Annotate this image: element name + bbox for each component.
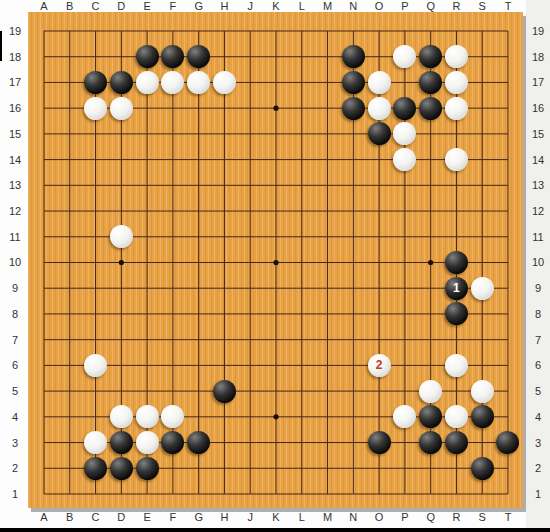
intersection-F6[interactable] [160,353,186,379]
intersection-O7[interactable] [366,327,392,353]
intersection-F16[interactable] [160,95,186,121]
intersection-F3[interactable] [160,430,186,456]
intersection-H2[interactable] [212,455,238,481]
intersection-N4[interactable] [340,404,366,430]
intersection-T16[interactable] [495,95,521,121]
intersection-R14[interactable] [444,147,470,173]
intersection-M10[interactable] [315,250,341,276]
intersection-D9[interactable] [108,275,134,301]
intersection-P11[interactable] [392,224,418,250]
intersection-S4[interactable] [469,404,495,430]
intersection-R4[interactable] [444,404,470,430]
intersection-O5[interactable] [366,378,392,404]
intersection-L19[interactable] [289,18,315,44]
intersection-B19[interactable] [57,18,83,44]
intersection-P18[interactable] [392,44,418,70]
intersection-E8[interactable] [134,301,160,327]
intersection-H7[interactable] [212,327,238,353]
intersection-O1[interactable] [366,481,392,507]
intersection-N19[interactable] [340,18,366,44]
intersection-N12[interactable] [340,198,366,224]
intersection-G17[interactable] [186,70,212,96]
intersection-F7[interactable] [160,327,186,353]
intersection-R8[interactable] [444,301,470,327]
intersection-O6[interactable]: 2 [366,353,392,379]
intersection-R15[interactable] [444,121,470,147]
intersection-M1[interactable] [315,481,341,507]
intersection-D3[interactable] [108,430,134,456]
intersection-J7[interactable] [237,327,263,353]
intersection-Q15[interactable] [418,121,444,147]
intersection-D16[interactable] [108,95,134,121]
intersection-E19[interactable] [134,18,160,44]
intersection-E7[interactable] [134,327,160,353]
intersection-C19[interactable] [83,18,109,44]
intersection-P4[interactable] [392,404,418,430]
intersection-D13[interactable] [108,172,134,198]
intersection-P5[interactable] [392,378,418,404]
intersection-S14[interactable] [469,147,495,173]
intersection-C17[interactable] [83,70,109,96]
intersection-R6[interactable] [444,353,470,379]
intersection-J16[interactable] [237,95,263,121]
intersection-F8[interactable] [160,301,186,327]
intersection-A13[interactable] [31,172,57,198]
intersection-E17[interactable] [134,70,160,96]
intersection-C9[interactable] [83,275,109,301]
intersection-N11[interactable] [340,224,366,250]
intersection-A18[interactable] [31,44,57,70]
intersection-J5[interactable] [237,378,263,404]
intersection-R19[interactable] [444,18,470,44]
intersection-D10[interactable] [108,250,134,276]
intersection-B9[interactable] [57,275,83,301]
intersection-S11[interactable] [469,224,495,250]
intersection-R16[interactable] [444,95,470,121]
intersection-Q11[interactable] [418,224,444,250]
intersection-R1[interactable] [444,481,470,507]
intersection-F12[interactable] [160,198,186,224]
intersection-D8[interactable] [108,301,134,327]
intersection-P12[interactable] [392,198,418,224]
intersection-O2[interactable] [366,455,392,481]
intersection-L18[interactable] [289,44,315,70]
intersection-R5[interactable] [444,378,470,404]
intersection-A10[interactable] [31,250,57,276]
intersection-A9[interactable] [31,275,57,301]
intersection-M12[interactable] [315,198,341,224]
intersection-N5[interactable] [340,378,366,404]
intersection-M18[interactable] [315,44,341,70]
intersection-G19[interactable] [186,18,212,44]
intersection-P17[interactable] [392,70,418,96]
intersection-T9[interactable] [495,275,521,301]
intersection-G14[interactable] [186,147,212,173]
intersection-J19[interactable] [237,18,263,44]
intersection-J17[interactable] [237,70,263,96]
intersection-J12[interactable] [237,198,263,224]
intersection-B4[interactable] [57,404,83,430]
intersection-K5[interactable] [263,378,289,404]
intersection-J11[interactable] [237,224,263,250]
intersection-G11[interactable] [186,224,212,250]
intersection-M3[interactable] [315,430,341,456]
intersection-C6[interactable] [83,353,109,379]
intersection-E14[interactable] [134,147,160,173]
intersection-N1[interactable] [340,481,366,507]
intersection-P10[interactable] [392,250,418,276]
intersection-S13[interactable] [469,172,495,198]
intersection-K4[interactable] [263,404,289,430]
intersection-Q17[interactable] [418,70,444,96]
intersection-O19[interactable] [366,18,392,44]
intersection-H9[interactable] [212,275,238,301]
intersection-J9[interactable] [237,275,263,301]
intersection-B10[interactable] [57,250,83,276]
intersection-C18[interactable] [83,44,109,70]
intersection-M16[interactable] [315,95,341,121]
intersection-N15[interactable] [340,121,366,147]
intersection-F4[interactable] [160,404,186,430]
intersection-C5[interactable] [83,378,109,404]
intersection-N10[interactable] [340,250,366,276]
intersection-R12[interactable] [444,198,470,224]
intersection-S17[interactable] [469,70,495,96]
intersection-E4[interactable] [134,404,160,430]
intersection-K3[interactable] [263,430,289,456]
intersection-O3[interactable] [366,430,392,456]
intersection-L5[interactable] [289,378,315,404]
intersection-G16[interactable] [186,95,212,121]
intersection-P1[interactable] [392,481,418,507]
intersection-T12[interactable] [495,198,521,224]
intersection-K2[interactable] [263,455,289,481]
intersection-L6[interactable] [289,353,315,379]
intersection-J15[interactable] [237,121,263,147]
intersection-G8[interactable] [186,301,212,327]
intersection-O10[interactable] [366,250,392,276]
intersection-L1[interactable] [289,481,315,507]
intersection-T8[interactable] [495,301,521,327]
intersection-L15[interactable] [289,121,315,147]
intersection-N16[interactable] [340,95,366,121]
intersection-D19[interactable] [108,18,134,44]
intersection-F14[interactable] [160,147,186,173]
intersection-Q3[interactable] [418,430,444,456]
intersection-K6[interactable] [263,353,289,379]
intersection-J18[interactable] [237,44,263,70]
intersection-E9[interactable] [134,275,160,301]
intersection-L8[interactable] [289,301,315,327]
intersection-T15[interactable] [495,121,521,147]
intersection-O15[interactable] [366,121,392,147]
intersection-P6[interactable] [392,353,418,379]
intersection-H10[interactable] [212,250,238,276]
intersection-A12[interactable] [31,198,57,224]
intersection-B5[interactable] [57,378,83,404]
intersection-A17[interactable] [31,70,57,96]
intersection-O11[interactable] [366,224,392,250]
intersection-T13[interactable] [495,172,521,198]
intersection-R9[interactable]: 1 [444,275,470,301]
intersection-D6[interactable] [108,353,134,379]
intersection-L4[interactable] [289,404,315,430]
intersection-N7[interactable] [340,327,366,353]
intersection-P14[interactable] [392,147,418,173]
intersection-R17[interactable] [444,70,470,96]
intersection-K18[interactable] [263,44,289,70]
intersection-P19[interactable] [392,18,418,44]
intersection-G10[interactable] [186,250,212,276]
intersection-M5[interactable] [315,378,341,404]
intersection-K14[interactable] [263,147,289,173]
intersection-S2[interactable] [469,455,495,481]
intersection-H16[interactable] [212,95,238,121]
intersection-G12[interactable] [186,198,212,224]
intersection-S7[interactable] [469,327,495,353]
intersection-O12[interactable] [366,198,392,224]
intersection-D2[interactable] [108,455,134,481]
intersection-J1[interactable] [237,481,263,507]
intersection-P16[interactable] [392,95,418,121]
intersection-P3[interactable] [392,430,418,456]
intersection-F17[interactable] [160,70,186,96]
intersection-G1[interactable] [186,481,212,507]
intersection-G9[interactable] [186,275,212,301]
intersection-E18[interactable] [134,44,160,70]
intersection-R18[interactable] [444,44,470,70]
intersection-H15[interactable] [212,121,238,147]
intersection-S16[interactable] [469,95,495,121]
intersection-M2[interactable] [315,455,341,481]
intersection-G3[interactable] [186,430,212,456]
intersection-C8[interactable] [83,301,109,327]
intersection-F2[interactable] [160,455,186,481]
intersection-K7[interactable] [263,327,289,353]
intersection-C4[interactable] [83,404,109,430]
intersection-B15[interactable] [57,121,83,147]
intersection-G7[interactable] [186,327,212,353]
intersection-B12[interactable] [57,198,83,224]
intersection-A16[interactable] [31,95,57,121]
intersection-K19[interactable] [263,18,289,44]
intersection-K17[interactable] [263,70,289,96]
intersection-F13[interactable] [160,172,186,198]
intersection-N6[interactable] [340,353,366,379]
intersection-M11[interactable] [315,224,341,250]
intersection-F19[interactable] [160,18,186,44]
intersection-E2[interactable] [134,455,160,481]
intersection-L10[interactable] [289,250,315,276]
intersection-Q19[interactable] [418,18,444,44]
intersection-F9[interactable] [160,275,186,301]
intersection-F5[interactable] [160,378,186,404]
intersection-F18[interactable] [160,44,186,70]
intersection-E3[interactable] [134,430,160,456]
intersection-C2[interactable] [83,455,109,481]
intersection-J4[interactable] [237,404,263,430]
intersection-A15[interactable] [31,121,57,147]
intersection-K11[interactable] [263,224,289,250]
intersection-B13[interactable] [57,172,83,198]
intersection-E12[interactable] [134,198,160,224]
intersection-M7[interactable] [315,327,341,353]
intersection-K10[interactable] [263,250,289,276]
intersection-O9[interactable] [366,275,392,301]
intersection-F11[interactable] [160,224,186,250]
intersection-O14[interactable] [366,147,392,173]
intersection-C16[interactable] [83,95,109,121]
intersection-N9[interactable] [340,275,366,301]
intersection-D12[interactable] [108,198,134,224]
intersection-E16[interactable] [134,95,160,121]
intersection-S1[interactable] [469,481,495,507]
intersection-B11[interactable] [57,224,83,250]
intersection-R3[interactable] [444,430,470,456]
intersection-C11[interactable] [83,224,109,250]
intersection-K16[interactable] [263,95,289,121]
intersection-R2[interactable] [444,455,470,481]
intersection-C3[interactable] [83,430,109,456]
intersection-B1[interactable] [57,481,83,507]
intersection-H4[interactable] [212,404,238,430]
intersection-Q9[interactable] [418,275,444,301]
intersection-P13[interactable] [392,172,418,198]
intersection-L3[interactable] [289,430,315,456]
intersection-N18[interactable] [340,44,366,70]
intersection-T17[interactable] [495,70,521,96]
intersection-R7[interactable] [444,327,470,353]
intersection-K12[interactable] [263,198,289,224]
intersection-M13[interactable] [315,172,341,198]
intersection-H12[interactable] [212,198,238,224]
intersection-T19[interactable] [495,18,521,44]
intersection-N13[interactable] [340,172,366,198]
intersection-L14[interactable] [289,147,315,173]
intersection-D18[interactable] [108,44,134,70]
intersection-G15[interactable] [186,121,212,147]
intersection-S10[interactable] [469,250,495,276]
intersection-G18[interactable] [186,44,212,70]
intersection-B17[interactable] [57,70,83,96]
intersection-Q4[interactable] [418,404,444,430]
intersection-B2[interactable] [57,455,83,481]
intersection-M14[interactable] [315,147,341,173]
intersection-D4[interactable] [108,404,134,430]
intersection-M17[interactable] [315,70,341,96]
intersection-K15[interactable] [263,121,289,147]
intersection-A8[interactable] [31,301,57,327]
intersection-H5[interactable] [212,378,238,404]
intersection-T6[interactable] [495,353,521,379]
intersection-H19[interactable] [212,18,238,44]
intersection-S19[interactable] [469,18,495,44]
intersection-F15[interactable] [160,121,186,147]
intersection-L2[interactable] [289,455,315,481]
intersection-L16[interactable] [289,95,315,121]
intersection-D11[interactable] [108,224,134,250]
intersection-T4[interactable] [495,404,521,430]
intersection-A19[interactable] [31,18,57,44]
intersection-A2[interactable] [31,455,57,481]
intersection-K13[interactable] [263,172,289,198]
intersection-D14[interactable] [108,147,134,173]
intersection-P9[interactable] [392,275,418,301]
intersection-S5[interactable] [469,378,495,404]
intersection-J3[interactable] [237,430,263,456]
intersection-E10[interactable] [134,250,160,276]
intersection-D17[interactable] [108,70,134,96]
intersection-G13[interactable] [186,172,212,198]
intersection-N17[interactable] [340,70,366,96]
intersection-H18[interactable] [212,44,238,70]
intersection-F1[interactable] [160,481,186,507]
intersection-Q8[interactable] [418,301,444,327]
intersection-S9[interactable] [469,275,495,301]
intersection-G6[interactable] [186,353,212,379]
intersection-Q5[interactable] [418,378,444,404]
intersection-H17[interactable] [212,70,238,96]
intersection-P15[interactable] [392,121,418,147]
intersection-J6[interactable] [237,353,263,379]
intersection-E6[interactable] [134,353,160,379]
intersection-K8[interactable] [263,301,289,327]
intersection-E13[interactable] [134,172,160,198]
intersection-M6[interactable] [315,353,341,379]
intersection-S12[interactable] [469,198,495,224]
intersection-L13[interactable] [289,172,315,198]
intersection-B7[interactable] [57,327,83,353]
intersection-S6[interactable] [469,353,495,379]
intersection-Q12[interactable] [418,198,444,224]
intersection-H13[interactable] [212,172,238,198]
intersection-K9[interactable] [263,275,289,301]
intersection-Q1[interactable] [418,481,444,507]
intersection-C7[interactable] [83,327,109,353]
intersection-Q6[interactable] [418,353,444,379]
intersection-R10[interactable] [444,250,470,276]
intersection-D15[interactable] [108,121,134,147]
intersection-H1[interactable] [212,481,238,507]
intersection-C1[interactable] [83,481,109,507]
intersection-Q14[interactable] [418,147,444,173]
intersection-J14[interactable] [237,147,263,173]
intersection-T3[interactable] [495,430,521,456]
intersection-H6[interactable] [212,353,238,379]
intersection-G2[interactable] [186,455,212,481]
intersection-P8[interactable] [392,301,418,327]
intersection-T5[interactable] [495,378,521,404]
intersection-B18[interactable] [57,44,83,70]
intersection-T10[interactable] [495,250,521,276]
intersection-N8[interactable] [340,301,366,327]
intersection-J10[interactable] [237,250,263,276]
intersection-T2[interactable] [495,455,521,481]
intersection-L11[interactable] [289,224,315,250]
intersection-A3[interactable] [31,430,57,456]
intersection-J2[interactable] [237,455,263,481]
intersection-B3[interactable] [57,430,83,456]
intersection-J8[interactable] [237,301,263,327]
intersection-A1[interactable] [31,481,57,507]
intersection-D7[interactable] [108,327,134,353]
intersection-M8[interactable] [315,301,341,327]
intersection-T18[interactable] [495,44,521,70]
intersection-S18[interactable] [469,44,495,70]
intersection-A5[interactable] [31,378,57,404]
intersection-R11[interactable] [444,224,470,250]
intersection-M15[interactable] [315,121,341,147]
